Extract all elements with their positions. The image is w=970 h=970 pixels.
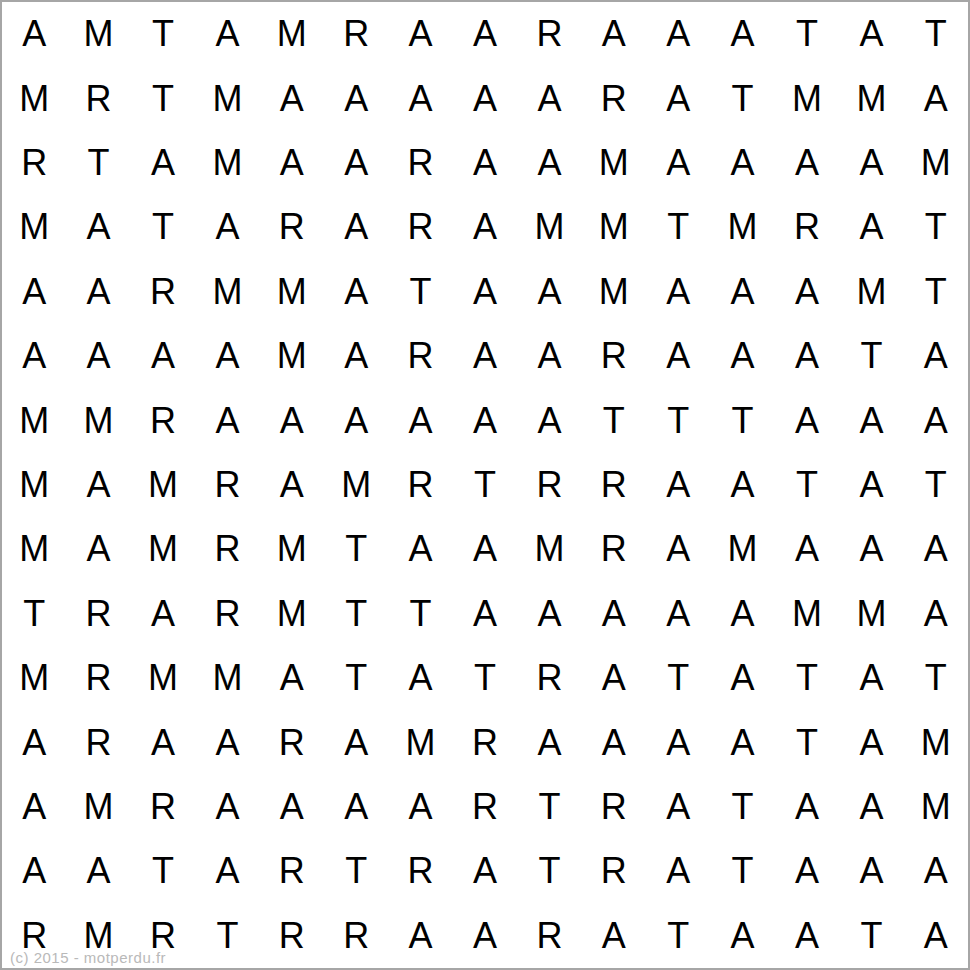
- grid-cell[interactable]: A: [839, 710, 903, 774]
- grid-cell[interactable]: M: [66, 775, 130, 839]
- grid-cell[interactable]: T: [904, 260, 968, 324]
- grid-cell[interactable]: A: [646, 66, 710, 130]
- grid-cell[interactable]: A: [839, 195, 903, 259]
- grid-cell[interactable]: M: [839, 582, 903, 646]
- grid-cell[interactable]: A: [388, 904, 452, 968]
- grid-cell[interactable]: A: [710, 453, 774, 517]
- grid-cell[interactable]: R: [131, 260, 195, 324]
- grid-cell[interactable]: M: [2, 66, 66, 130]
- grid-cell[interactable]: A: [324, 775, 388, 839]
- grid-cell[interactable]: R: [388, 453, 452, 517]
- grid-cell[interactable]: A: [646, 775, 710, 839]
- grid-cell[interactable]: A: [388, 2, 452, 66]
- grid-cell[interactable]: T: [775, 710, 839, 774]
- grid-cell[interactable]: M: [710, 517, 774, 581]
- grid-cell[interactable]: A: [646, 839, 710, 903]
- grid-cell[interactable]: A: [839, 646, 903, 710]
- grid-cell[interactable]: A: [839, 388, 903, 452]
- grid-cell[interactable]: A: [66, 260, 130, 324]
- grid-cell[interactable]: T: [131, 66, 195, 130]
- grid-cell[interactable]: A: [195, 324, 259, 388]
- grid-cell[interactable]: A: [775, 904, 839, 968]
- grid-cell[interactable]: A: [839, 2, 903, 66]
- grid-cell[interactable]: T: [710, 775, 774, 839]
- grid-cell[interactable]: R: [66, 710, 130, 774]
- grid-cell[interactable]: T: [582, 388, 646, 452]
- grid-cell[interactable]: A: [66, 453, 130, 517]
- grid-cell[interactable]: A: [710, 131, 774, 195]
- grid-cell[interactable]: A: [582, 2, 646, 66]
- grid-cell[interactable]: A: [453, 324, 517, 388]
- grid-cell[interactable]: M: [260, 582, 324, 646]
- grid-cell[interactable]: R: [775, 195, 839, 259]
- grid-cell[interactable]: T: [775, 2, 839, 66]
- grid-cell[interactable]: M: [775, 582, 839, 646]
- grid-cell[interactable]: T: [904, 2, 968, 66]
- grid-cell[interactable]: R: [388, 195, 452, 259]
- grid-cell[interactable]: A: [710, 646, 774, 710]
- grid-cell[interactable]: R: [66, 646, 130, 710]
- grid-cell[interactable]: A: [775, 388, 839, 452]
- grid-cell[interactable]: T: [646, 646, 710, 710]
- grid-cell[interactable]: A: [2, 775, 66, 839]
- grid-cell[interactable]: M: [582, 260, 646, 324]
- grid-cell[interactable]: R: [66, 582, 130, 646]
- grid-cell[interactable]: A: [260, 453, 324, 517]
- grid-cell[interactable]: A: [646, 517, 710, 581]
- grid-cell[interactable]: R: [517, 453, 581, 517]
- grid-cell[interactable]: A: [582, 710, 646, 774]
- grid-cell[interactable]: A: [2, 260, 66, 324]
- grid-cell[interactable]: A: [324, 66, 388, 130]
- grid-cell[interactable]: R: [453, 710, 517, 774]
- grid-cell[interactable]: M: [2, 517, 66, 581]
- grid-cell[interactable]: A: [710, 324, 774, 388]
- grid-cell[interactable]: A: [646, 582, 710, 646]
- grid-cell[interactable]: A: [839, 839, 903, 903]
- grid-cell[interactable]: A: [904, 517, 968, 581]
- grid-cell[interactable]: T: [904, 195, 968, 259]
- grid-cell[interactable]: T: [904, 453, 968, 517]
- grid-cell[interactable]: M: [195, 66, 259, 130]
- word-search-board: AMTAMRAARAAATATMRTMAAAAARATMMARTAMAARAAM…: [2, 2, 968, 968]
- grid-cell[interactable]: M: [904, 710, 968, 774]
- grid-cell[interactable]: T: [66, 131, 130, 195]
- grid-cell[interactable]: T: [710, 839, 774, 903]
- grid-cell[interactable]: A: [582, 904, 646, 968]
- grid-cell[interactable]: A: [453, 388, 517, 452]
- grid-cell[interactable]: R: [324, 904, 388, 968]
- grid-cell[interactable]: M: [195, 646, 259, 710]
- grid-cell[interactable]: M: [904, 775, 968, 839]
- grid-cell[interactable]: M: [582, 195, 646, 259]
- grid-cell[interactable]: M: [260, 2, 324, 66]
- grid-cell[interactable]: A: [839, 517, 903, 581]
- grid-cell[interactable]: M: [839, 260, 903, 324]
- grid-cell[interactable]: A: [904, 839, 968, 903]
- grid-cell[interactable]: M: [2, 646, 66, 710]
- grid-cell[interactable]: R: [131, 388, 195, 452]
- grid-cell[interactable]: R: [195, 582, 259, 646]
- grid-cell[interactable]: T: [131, 195, 195, 259]
- copyright-watermark: (c) 2015 - motperdu.fr: [10, 949, 166, 966]
- grid-cell[interactable]: M: [2, 453, 66, 517]
- grid-cell[interactable]: R: [388, 324, 452, 388]
- grid-cell[interactable]: A: [839, 131, 903, 195]
- grid-cell[interactable]: A: [324, 324, 388, 388]
- grid-cell[interactable]: A: [453, 195, 517, 259]
- grid-cell[interactable]: A: [66, 517, 130, 581]
- grid-cell[interactable]: A: [582, 582, 646, 646]
- grid-cell[interactable]: A: [131, 582, 195, 646]
- grid-cell[interactable]: T: [646, 388, 710, 452]
- grid-cell[interactable]: T: [453, 646, 517, 710]
- grid-cell[interactable]: R: [260, 710, 324, 774]
- word-search-puzzle: AMTAMRAARAAATATMRTMAAAAARATMMARTAMAARAAM…: [0, 0, 970, 970]
- grid-cell[interactable]: A: [646, 324, 710, 388]
- grid-cell[interactable]: A: [131, 131, 195, 195]
- grid-cell[interactable]: A: [324, 388, 388, 452]
- grid-cell[interactable]: A: [775, 517, 839, 581]
- grid-cell[interactable]: M: [839, 66, 903, 130]
- grid-cell[interactable]: T: [324, 582, 388, 646]
- grid-cell[interactable]: A: [646, 2, 710, 66]
- grid-cell[interactable]: M: [195, 131, 259, 195]
- grid-cell[interactable]: T: [324, 839, 388, 903]
- grid-cell[interactable]: M: [2, 388, 66, 452]
- grid-cell[interactable]: A: [324, 195, 388, 259]
- grid-cell[interactable]: M: [131, 646, 195, 710]
- grid-cell[interactable]: T: [324, 517, 388, 581]
- grid-cell[interactable]: A: [775, 324, 839, 388]
- grid-cell[interactable]: A: [839, 453, 903, 517]
- grid-cell[interactable]: M: [66, 388, 130, 452]
- grid-cell[interactable]: T: [453, 453, 517, 517]
- grid-cell[interactable]: A: [388, 517, 452, 581]
- grid-cell[interactable]: A: [66, 324, 130, 388]
- grid-cell[interactable]: T: [2, 582, 66, 646]
- grid-cell[interactable]: M: [2, 195, 66, 259]
- grid-cell[interactable]: R: [388, 131, 452, 195]
- grid-cell[interactable]: A: [517, 260, 581, 324]
- grid-cell[interactable]: R: [324, 2, 388, 66]
- grid-cell[interactable]: A: [904, 904, 968, 968]
- grid-cell[interactable]: A: [453, 582, 517, 646]
- grid-cell[interactable]: A: [131, 324, 195, 388]
- grid-cell[interactable]: R: [388, 839, 452, 903]
- grid-cell[interactable]: A: [2, 710, 66, 774]
- grid-cell[interactable]: M: [260, 517, 324, 581]
- grid-cell[interactable]: T: [517, 775, 581, 839]
- grid-cell[interactable]: T: [388, 260, 452, 324]
- grid-cell[interactable]: A: [710, 582, 774, 646]
- grid-cell[interactable]: A: [517, 131, 581, 195]
- grid-cell[interactable]: A: [260, 646, 324, 710]
- grid-cell[interactable]: M: [517, 195, 581, 259]
- grid-cell[interactable]: A: [646, 453, 710, 517]
- grid-cell[interactable]: A: [904, 324, 968, 388]
- grid-cell[interactable]: R: [582, 66, 646, 130]
- grid-cell[interactable]: A: [904, 66, 968, 130]
- grid-cell[interactable]: A: [195, 2, 259, 66]
- grid-cell[interactable]: A: [260, 775, 324, 839]
- grid-cell[interactable]: T: [131, 2, 195, 66]
- grid-cell[interactable]: A: [710, 2, 774, 66]
- grid-cell[interactable]: A: [453, 839, 517, 903]
- grid-cell[interactable]: A: [324, 710, 388, 774]
- grid-cell[interactable]: A: [775, 839, 839, 903]
- grid-cell[interactable]: A: [517, 324, 581, 388]
- grid-cell[interactable]: A: [775, 775, 839, 839]
- grid-cell[interactable]: M: [582, 131, 646, 195]
- grid-cell[interactable]: A: [646, 131, 710, 195]
- grid-cell[interactable]: R: [582, 517, 646, 581]
- grid-cell[interactable]: T: [646, 195, 710, 259]
- grid-cell[interactable]: A: [517, 582, 581, 646]
- grid-cell[interactable]: A: [453, 131, 517, 195]
- grid-cell[interactable]: M: [131, 517, 195, 581]
- grid-cell[interactable]: A: [195, 195, 259, 259]
- grid-cell[interactable]: M: [517, 517, 581, 581]
- grid-cell[interactable]: A: [2, 839, 66, 903]
- grid-cell[interactable]: R: [260, 904, 324, 968]
- grid-cell[interactable]: A: [775, 131, 839, 195]
- grid-cell[interactable]: T: [775, 453, 839, 517]
- grid-cell[interactable]: R: [66, 66, 130, 130]
- grid-cell[interactable]: A: [260, 66, 324, 130]
- grid-cell[interactable]: A: [710, 710, 774, 774]
- grid-cell[interactable]: A: [260, 388, 324, 452]
- grid-cell[interactable]: M: [904, 131, 968, 195]
- grid-cell[interactable]: A: [453, 260, 517, 324]
- grid-cell[interactable]: R: [260, 195, 324, 259]
- grid-cell[interactable]: R: [582, 775, 646, 839]
- grid-cell[interactable]: A: [195, 775, 259, 839]
- grid-cell[interactable]: A: [324, 131, 388, 195]
- grid-cell[interactable]: A: [66, 839, 130, 903]
- grid-cell[interactable]: T: [839, 904, 903, 968]
- grid-cell[interactable]: A: [2, 2, 66, 66]
- grid-cell[interactable]: R: [517, 904, 581, 968]
- grid-cell[interactable]: R: [582, 453, 646, 517]
- grid-cell[interactable]: T: [710, 66, 774, 130]
- grid-cell[interactable]: A: [260, 131, 324, 195]
- grid-cell[interactable]: T: [775, 646, 839, 710]
- grid-cell[interactable]: A: [195, 710, 259, 774]
- grid-cell[interactable]: T: [388, 582, 452, 646]
- grid-cell[interactable]: A: [582, 646, 646, 710]
- grid-cell[interactable]: A: [453, 2, 517, 66]
- grid-cell[interactable]: A: [646, 710, 710, 774]
- grid-cell[interactable]: A: [388, 66, 452, 130]
- grid-cell[interactable]: A: [710, 904, 774, 968]
- grid-cell[interactable]: R: [260, 839, 324, 903]
- grid-cell[interactable]: R: [131, 775, 195, 839]
- grid-cell[interactable]: R: [195, 453, 259, 517]
- grid-cell[interactable]: R: [517, 646, 581, 710]
- grid-cell[interactable]: T: [131, 839, 195, 903]
- grid-cell[interactable]: A: [517, 388, 581, 452]
- grid-cell[interactable]: A: [710, 260, 774, 324]
- grid-cell[interactable]: A: [904, 582, 968, 646]
- grid-cell[interactable]: T: [195, 904, 259, 968]
- grid-cell[interactable]: T: [839, 324, 903, 388]
- grid-cell[interactable]: A: [904, 388, 968, 452]
- grid-cell[interactable]: M: [775, 66, 839, 130]
- grid-cell[interactable]: M: [388, 710, 452, 774]
- grid-cell[interactable]: A: [195, 839, 259, 903]
- grid-cell[interactable]: M: [260, 324, 324, 388]
- grid-cell[interactable]: A: [453, 66, 517, 130]
- grid-cell[interactable]: A: [517, 710, 581, 774]
- grid-cell[interactable]: A: [388, 775, 452, 839]
- grid-cell[interactable]: A: [775, 260, 839, 324]
- grid-cell[interactable]: A: [388, 646, 452, 710]
- grid-cell[interactable]: A: [324, 260, 388, 324]
- grid-cell[interactable]: R: [2, 131, 66, 195]
- grid-cell[interactable]: M: [260, 260, 324, 324]
- grid-cell[interactable]: A: [517, 66, 581, 130]
- grid-cell[interactable]: R: [453, 775, 517, 839]
- grid-cell[interactable]: A: [66, 195, 130, 259]
- grid-cell[interactable]: T: [517, 839, 581, 903]
- grid-cell[interactable]: A: [646, 260, 710, 324]
- grid-cell[interactable]: A: [2, 324, 66, 388]
- grid-cell[interactable]: M: [195, 260, 259, 324]
- grid-cell[interactable]: T: [646, 904, 710, 968]
- grid-cell[interactable]: R: [582, 839, 646, 903]
- grid-cell[interactable]: A: [839, 775, 903, 839]
- grid-cell[interactable]: A: [453, 904, 517, 968]
- grid-cell[interactable]: R: [582, 324, 646, 388]
- grid-cell[interactable]: T: [324, 646, 388, 710]
- grid-cell[interactable]: M: [710, 195, 774, 259]
- grid-cell[interactable]: A: [131, 710, 195, 774]
- grid-cell[interactable]: M: [324, 453, 388, 517]
- grid-cell[interactable]: A: [195, 388, 259, 452]
- grid-cell[interactable]: A: [453, 517, 517, 581]
- grid-cell[interactable]: A: [388, 388, 452, 452]
- grid-cell[interactable]: T: [904, 646, 968, 710]
- grid-cell[interactable]: R: [195, 517, 259, 581]
- grid-cell[interactable]: M: [131, 453, 195, 517]
- grid-cell[interactable]: R: [517, 2, 581, 66]
- grid-cell[interactable]: T: [710, 388, 774, 452]
- grid-cell[interactable]: M: [66, 2, 130, 66]
